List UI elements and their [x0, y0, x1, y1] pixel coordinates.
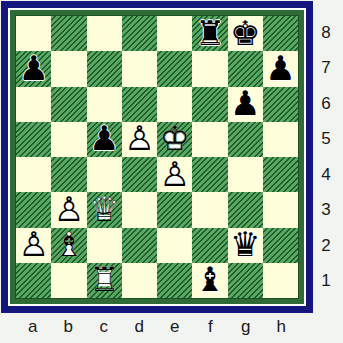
piece-glyph-fill: ♟ [265, 51, 295, 85]
square-a2[interactable]: ♟♙ [16, 228, 51, 263]
square-a8[interactable] [16, 16, 51, 51]
square-b8[interactable] [51, 16, 86, 51]
square-e8[interactable] [157, 16, 192, 51]
square-c1[interactable]: ♜♖ [87, 263, 122, 298]
chess-diagram: ♜♚♟♟♟♟♟♙♚♔♟♙♟♙♛♕♟♙♝♗♛♜♖♝ abcdefgh 876543… [0, 0, 343, 343]
square-h2[interactable] [263, 228, 298, 263]
square-c8[interactable] [87, 16, 122, 51]
file-label-g: g [228, 314, 264, 340]
square-f1[interactable]: ♝ [192, 263, 227, 298]
file-label-e: e [157, 314, 193, 340]
file-labels: abcdefgh [15, 314, 299, 340]
square-h4[interactable] [263, 157, 298, 192]
rank-label-4: 4 [314, 157, 338, 193]
square-f2[interactable] [192, 228, 227, 263]
piece-glyph-fill: ♟ [230, 86, 260, 120]
piece-black-bishop: ♝ [192, 263, 227, 298]
square-h8[interactable] [263, 16, 298, 51]
rank-label-1: 1 [314, 264, 338, 300]
piece-white-pawn: ♟♙ [157, 157, 192, 192]
square-d7[interactable] [122, 51, 157, 86]
piece-black-pawn: ♟ [263, 51, 298, 86]
square-c3[interactable]: ♛♕ [87, 192, 122, 227]
square-a7[interactable]: ♟ [16, 51, 51, 86]
rank-label-6: 6 [314, 86, 338, 122]
square-h6[interactable] [263, 87, 298, 122]
piece-black-queen: ♛ [228, 228, 263, 263]
square-g7[interactable] [228, 51, 263, 86]
square-d1[interactable] [122, 263, 157, 298]
square-a3[interactable] [16, 192, 51, 227]
rank-label-8: 8 [314, 15, 338, 51]
piece-white-bishop: ♝♗ [51, 228, 86, 263]
rank-label-2: 2 [314, 228, 338, 264]
square-e1[interactable] [157, 263, 192, 298]
square-a6[interactable] [16, 87, 51, 122]
piece-glyph-fill: ♜ [195, 15, 225, 49]
piece-glyph-fill: ♝ [195, 262, 225, 296]
square-b5[interactable] [51, 122, 86, 157]
piece-white-rook: ♜♖ [87, 263, 122, 298]
rank-label-3: 3 [314, 193, 338, 229]
square-d8[interactable] [122, 16, 157, 51]
piece-black-rook: ♜ [192, 16, 227, 51]
square-b7[interactable] [51, 51, 86, 86]
square-a5[interactable] [16, 122, 51, 157]
square-g3[interactable] [228, 192, 263, 227]
square-b1[interactable] [51, 263, 86, 298]
square-e6[interactable] [157, 87, 192, 122]
square-h5[interactable] [263, 122, 298, 157]
square-d5[interactable]: ♟♙ [122, 122, 157, 157]
piece-black-king: ♚ [228, 16, 263, 51]
square-g8[interactable]: ♚ [228, 16, 263, 51]
square-d4[interactable] [122, 157, 157, 192]
board-border-white: ♜♚♟♟♟♟♟♙♚♔♟♙♟♙♛♕♟♙♝♗♛♜♖♝ [8, 8, 306, 306]
file-label-f: f [193, 314, 229, 340]
board-border-navy: ♜♚♟♟♟♟♟♙♚♔♟♙♟♙♛♕♟♙♝♗♛♜♖♝ [1, 1, 313, 313]
square-d2[interactable] [122, 228, 157, 263]
file-label-b: b [51, 314, 87, 340]
piece-glyph-outline: ♗ [54, 227, 84, 261]
square-b3[interactable]: ♟♙ [51, 192, 86, 227]
piece-white-queen: ♛♕ [87, 192, 122, 227]
piece-white-pawn: ♟♙ [16, 228, 51, 263]
square-b2[interactable]: ♝♗ [51, 228, 86, 263]
piece-black-pawn: ♟ [87, 122, 122, 157]
piece-glyph-fill: ♛ [230, 227, 260, 261]
square-g6[interactable]: ♟ [228, 87, 263, 122]
square-g1[interactable] [228, 263, 263, 298]
square-c4[interactable] [87, 157, 122, 192]
piece-glyph-outline: ♔ [159, 121, 189, 155]
square-c6[interactable] [87, 87, 122, 122]
square-h1[interactable] [263, 263, 298, 298]
rank-label-5: 5 [314, 122, 338, 158]
square-f8[interactable]: ♜ [192, 16, 227, 51]
square-e5[interactable]: ♚♔ [157, 122, 192, 157]
rank-label-7: 7 [314, 51, 338, 87]
square-b4[interactable] [51, 157, 86, 192]
piece-glyph-outline: ♙ [124, 121, 154, 155]
piece-white-king: ♚♔ [157, 122, 192, 157]
piece-glyph-fill: ♟ [18, 51, 48, 85]
piece-glyph-outline: ♙ [18, 227, 48, 261]
file-label-d: d [122, 314, 158, 340]
square-f5[interactable] [192, 122, 227, 157]
square-e2[interactable] [157, 228, 192, 263]
square-g4[interactable] [228, 157, 263, 192]
piece-glyph-outline: ♕ [89, 192, 119, 226]
square-f4[interactable] [192, 157, 227, 192]
square-f7[interactable] [192, 51, 227, 86]
square-b6[interactable] [51, 87, 86, 122]
square-a1[interactable] [16, 263, 51, 298]
piece-glyph-outline: ♖ [89, 262, 119, 296]
square-e4[interactable]: ♟♙ [157, 157, 192, 192]
rank-labels: 87654321 [314, 15, 338, 299]
piece-black-pawn: ♟ [228, 87, 263, 122]
square-c7[interactable] [87, 51, 122, 86]
square-d6[interactable] [122, 87, 157, 122]
file-label-c: c [86, 314, 122, 340]
file-label-a: a [15, 314, 51, 340]
square-h3[interactable] [263, 192, 298, 227]
piece-glyph-outline: ♙ [54, 192, 84, 226]
piece-black-pawn: ♟ [16, 51, 51, 86]
square-e3[interactable] [157, 192, 192, 227]
square-e7[interactable] [157, 51, 192, 86]
file-label-h: h [264, 314, 300, 340]
square-g2[interactable]: ♛ [228, 228, 263, 263]
piece-white-pawn: ♟♙ [122, 122, 157, 157]
piece-glyph-fill: ♚ [230, 15, 260, 49]
square-f6[interactable] [192, 87, 227, 122]
square-h7[interactable]: ♟ [263, 51, 298, 86]
square-a4[interactable] [16, 157, 51, 192]
piece-glyph-fill: ♟ [89, 121, 119, 155]
square-d3[interactable] [122, 192, 157, 227]
board-border-green: ♜♚♟♟♟♟♟♙♚♔♟♙♟♙♛♕♟♙♝♗♛♜♖♝ [10, 10, 304, 304]
square-c5[interactable]: ♟ [87, 122, 122, 157]
piece-glyph-outline: ♙ [159, 156, 189, 190]
square-c2[interactable] [87, 228, 122, 263]
square-g5[interactable] [228, 122, 263, 157]
square-f3[interactable] [192, 192, 227, 227]
piece-white-pawn: ♟♙ [51, 192, 86, 227]
chess-board: ♜♚♟♟♟♟♟♙♚♔♟♙♟♙♛♕♟♙♝♗♛♜♖♝ [15, 15, 299, 299]
